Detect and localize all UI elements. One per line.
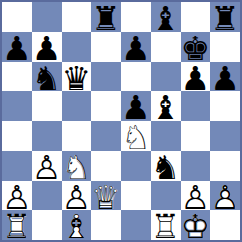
white-pawn-icon: ♙: [32, 151, 62, 184]
square-c2[interactable]: ♟♙: [62, 181, 92, 211]
piece-white-king[interactable]: ♚♔: [181, 210, 211, 240]
black-bishop-icon: ♝: [151, 91, 181, 124]
square-h2[interactable]: ♟♙: [210, 181, 240, 211]
square-g7[interactable]: ♚: [181, 32, 211, 62]
square-d3[interactable]: [91, 151, 121, 181]
black-knight-icon: ♞: [151, 151, 181, 184]
black-rook-icon: ♜: [210, 2, 240, 35]
square-h6[interactable]: ♟: [210, 62, 240, 92]
piece-black-queen[interactable]: ♛: [62, 62, 92, 92]
square-b5[interactable]: [32, 91, 62, 121]
piece-white-pawn[interactable]: ♟♙: [62, 181, 92, 211]
chess-board: ♜♝♜♟♟♟♚♞♛♟♟♟♝♞♘♟♙♞♘♞♟♙♟♙♛♕♟♙♟♙♜♖♝♗♜♖♚♔: [0, 0, 242, 242]
square-a8[interactable]: [2, 2, 32, 32]
square-b8[interactable]: [32, 2, 62, 32]
square-g1[interactable]: ♚♔: [181, 210, 211, 240]
square-c7[interactable]: [62, 32, 92, 62]
square-d2[interactable]: ♛♕: [91, 181, 121, 211]
square-g2[interactable]: ♟♙: [181, 181, 211, 211]
piece-black-rook[interactable]: ♜: [210, 2, 240, 32]
black-knight-icon: ♞: [32, 62, 62, 95]
square-b1[interactable]: [32, 210, 62, 240]
piece-black-pawn[interactable]: ♟: [181, 62, 211, 92]
piece-black-pawn[interactable]: ♟: [121, 91, 151, 121]
piece-black-knight[interactable]: ♞: [32, 62, 62, 92]
square-f4[interactable]: [151, 121, 181, 151]
white-king-icon: ♔: [181, 210, 211, 242]
black-pawn-icon: ♟: [2, 32, 32, 65]
piece-black-bishop[interactable]: ♝: [151, 91, 181, 121]
square-b4[interactable]: [32, 121, 62, 151]
square-d4[interactable]: [91, 121, 121, 151]
square-a6[interactable]: [2, 62, 32, 92]
square-a4[interactable]: [2, 121, 32, 151]
square-h5[interactable]: [210, 91, 240, 121]
square-e6[interactable]: [121, 62, 151, 92]
piece-white-knight[interactable]: ♞♘: [62, 151, 92, 181]
black-bishop-icon: ♝: [151, 2, 181, 35]
square-f7[interactable]: [151, 32, 181, 62]
square-e2[interactable]: [121, 181, 151, 211]
piece-black-rook[interactable]: ♜: [91, 2, 121, 32]
square-h4[interactable]: [210, 121, 240, 151]
piece-white-queen[interactable]: ♛♕: [91, 181, 121, 211]
white-bishop-icon: ♗: [62, 210, 92, 242]
square-g8[interactable]: [181, 2, 211, 32]
square-f6[interactable]: [151, 62, 181, 92]
square-c6[interactable]: ♛: [62, 62, 92, 92]
square-c4[interactable]: [62, 121, 92, 151]
piece-white-knight[interactable]: ♞♘: [121, 121, 151, 151]
square-e5[interactable]: ♟: [121, 91, 151, 121]
square-d7[interactable]: [91, 32, 121, 62]
square-f3[interactable]: ♞: [151, 151, 181, 181]
piece-white-bishop[interactable]: ♝♗: [62, 210, 92, 240]
square-e3[interactable]: [121, 151, 151, 181]
square-b6[interactable]: ♞: [32, 62, 62, 92]
square-f2[interactable]: [151, 181, 181, 211]
square-c8[interactable]: [62, 2, 92, 32]
black-rook-icon: ♜: [91, 2, 121, 35]
piece-black-pawn[interactable]: ♟: [32, 32, 62, 62]
square-a1[interactable]: ♜♖: [2, 210, 32, 240]
piece-white-rook[interactable]: ♜♖: [151, 210, 181, 240]
white-knight-icon: ♘: [121, 121, 151, 154]
square-f8[interactable]: ♝: [151, 2, 181, 32]
black-pawn-icon: ♟: [210, 62, 240, 95]
piece-black-king[interactable]: ♚: [181, 32, 211, 62]
square-a7[interactable]: ♟: [2, 32, 32, 62]
piece-black-pawn[interactable]: ♟: [2, 32, 32, 62]
square-b3[interactable]: ♟♙: [32, 151, 62, 181]
black-pawn-icon: ♟: [181, 62, 211, 95]
piece-white-pawn[interactable]: ♟♙: [181, 181, 211, 211]
square-d8[interactable]: ♜: [91, 2, 121, 32]
square-h1[interactable]: [210, 210, 240, 240]
piece-white-pawn[interactable]: ♟♙: [2, 181, 32, 211]
white-rook-icon: ♖: [2, 210, 32, 242]
square-b7[interactable]: ♟: [32, 32, 62, 62]
square-h7[interactable]: [210, 32, 240, 62]
square-c1[interactable]: ♝♗: [62, 210, 92, 240]
square-g6[interactable]: ♟: [181, 62, 211, 92]
square-c5[interactable]: [62, 91, 92, 121]
square-e7[interactable]: ♟: [121, 32, 151, 62]
black-pawn-icon: ♟: [121, 32, 151, 65]
piece-white-pawn[interactable]: ♟♙: [32, 151, 62, 181]
square-e8[interactable]: [121, 2, 151, 32]
square-d6[interactable]: [91, 62, 121, 92]
white-queen-icon: ♕: [91, 181, 121, 214]
square-g5[interactable]: [181, 91, 211, 121]
square-e1[interactable]: [121, 210, 151, 240]
square-d1[interactable]: [91, 210, 121, 240]
square-f1[interactable]: ♜♖: [151, 210, 181, 240]
square-b2[interactable]: [32, 181, 62, 211]
square-a2[interactable]: ♟♙: [2, 181, 32, 211]
square-f5[interactable]: ♝: [151, 91, 181, 121]
piece-white-rook[interactable]: ♜♖: [2, 210, 32, 240]
piece-black-pawn[interactable]: ♟: [210, 62, 240, 92]
square-g4[interactable]: [181, 121, 211, 151]
square-c3[interactable]: ♞♘: [62, 151, 92, 181]
square-a3[interactable]: [2, 151, 32, 181]
square-h3[interactable]: [210, 151, 240, 181]
square-g3[interactable]: [181, 151, 211, 181]
square-e4[interactable]: ♞♘: [121, 121, 151, 151]
piece-black-pawn[interactable]: ♟: [121, 32, 151, 62]
square-d5[interactable]: [91, 91, 121, 121]
piece-white-pawn[interactable]: ♟♙: [210, 181, 240, 211]
piece-black-bishop[interactable]: ♝: [151, 2, 181, 32]
white-pawn-icon: ♙: [210, 181, 240, 214]
square-a5[interactable]: [2, 91, 32, 121]
black-queen-icon: ♛: [62, 62, 92, 95]
piece-black-knight[interactable]: ♞: [151, 151, 181, 181]
square-h8[interactable]: ♜: [210, 2, 240, 32]
white-rook-icon: ♖: [151, 210, 181, 242]
